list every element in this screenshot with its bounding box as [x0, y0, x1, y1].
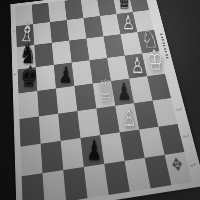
square-a2	[20, 144, 42, 177]
square-b2	[41, 141, 64, 173]
square-a7: ♗	[16, 24, 34, 47]
rank-label-3: 3	[174, 104, 184, 114]
rank-label-2: 2	[181, 131, 192, 142]
square-b8	[32, 3, 50, 25]
square-b1	[43, 170, 67, 200]
square-a8	[15, 5, 33, 27]
square-a5: ♚	[18, 67, 38, 93]
square-h4	[147, 74, 171, 101]
margin-brand-text	[160, 33, 169, 59]
photo-frame: ♛♗♙♞♘♚♟♙♔♕♟♙♟✥ 321	[0, 0, 200, 200]
margin-tick	[38, 2, 39, 3]
square-b5	[36, 65, 56, 91]
rank-label-1: 1	[188, 159, 199, 170]
margin-tick	[14, 74, 16, 75]
square-a4	[19, 91, 39, 119]
square-a1	[22, 173, 45, 200]
chessboard: ♛♗♙♞♘♚♟♙♔♕♟♙♟✥ 321	[10, 0, 200, 200]
square-b7	[33, 22, 52, 45]
square-b4	[37, 88, 58, 116]
board-grid: ♛♗♙♞♘♚♟♙♔♕♟♙♟✥	[15, 0, 192, 200]
square-b3	[39, 114, 61, 144]
square-h5: ♔	[142, 51, 165, 76]
corner-emblem: ✥	[165, 153, 190, 176]
square-a6: ♞	[17, 45, 36, 70]
square-h7	[133, 10, 154, 32]
square-a3	[19, 116, 40, 146]
square-b6	[34, 43, 53, 67]
square-h6: ♘	[137, 30, 159, 53]
margin-tick	[13, 31, 15, 32]
